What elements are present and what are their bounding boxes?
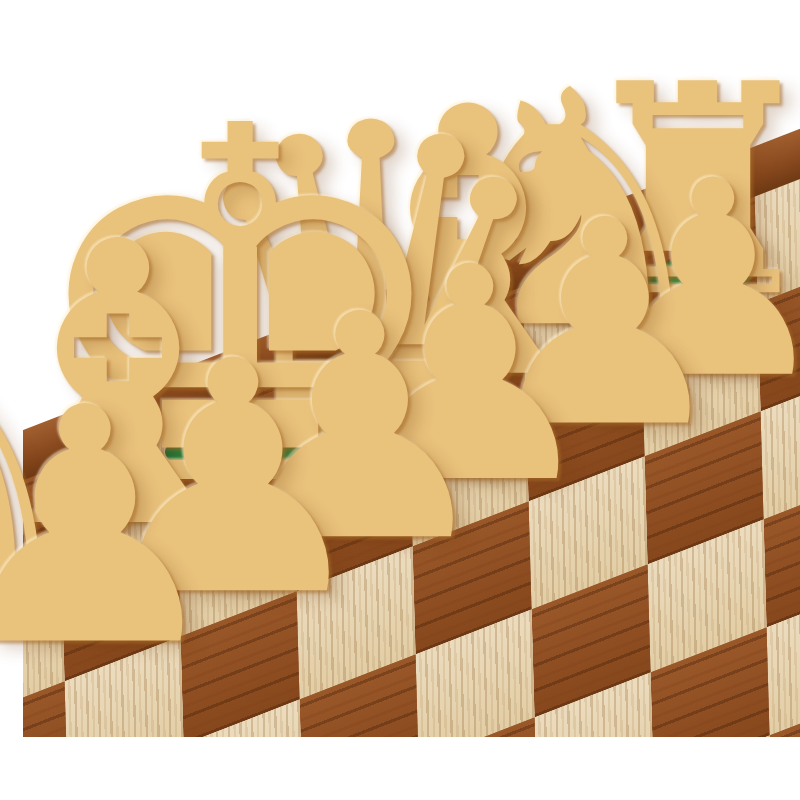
photo-white-matte-top — [0, 0, 800, 2]
photo-white-matte-bottom — [0, 737, 800, 800]
chess-board — [0, 151, 800, 800]
photo-white-matte-left — [0, 0, 23, 800]
chess-set-photo: ♜♞♝♟♟♛♚♟♝♟♞♟♟ — [0, 0, 800, 800]
